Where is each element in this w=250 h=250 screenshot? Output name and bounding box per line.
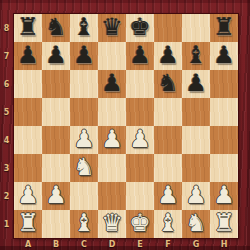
square-h4[interactable]	[210, 126, 238, 154]
square-f5[interactable]	[154, 98, 182, 126]
piece-white-bishop[interactable]: ♝	[157, 209, 179, 237]
piece-white-pawn[interactable]: ♟	[213, 181, 235, 209]
square-g3[interactable]	[182, 154, 210, 182]
piece-black-pawn[interactable]: ♟	[157, 41, 179, 69]
square-b4[interactable]	[42, 126, 70, 154]
square-c1[interactable]: ♝	[70, 210, 98, 238]
square-f4[interactable]	[154, 126, 182, 154]
square-d2[interactable]	[98, 182, 126, 210]
square-b3[interactable]	[42, 154, 70, 182]
square-d4[interactable]: ♟	[98, 126, 126, 154]
piece-black-bishop[interactable]: ♝	[185, 41, 207, 69]
square-e8[interactable]: ♚	[126, 14, 154, 42]
square-f3[interactable]	[154, 154, 182, 182]
rank-label-2: 2	[0, 182, 13, 210]
square-e1[interactable]: ♚	[126, 210, 154, 238]
square-c7[interactable]: ♟	[70, 42, 98, 70]
square-d1[interactable]: ♛	[98, 210, 126, 238]
piece-black-pawn[interactable]: ♟	[73, 41, 95, 69]
square-b6[interactable]	[42, 70, 70, 98]
square-a6[interactable]	[14, 70, 42, 98]
square-a1[interactable]: ♜	[14, 210, 42, 238]
square-h6[interactable]	[210, 70, 238, 98]
square-g5[interactable]	[182, 98, 210, 126]
square-g1[interactable]: ♞	[182, 210, 210, 238]
piece-white-pawn[interactable]: ♟	[157, 181, 179, 209]
piece-black-bishop[interactable]: ♝	[73, 13, 95, 41]
rank-label-4: 4	[0, 126, 13, 154]
piece-black-pawn[interactable]: ♟	[185, 69, 207, 97]
piece-black-pawn[interactable]: ♟	[101, 69, 123, 97]
square-g6[interactable]: ♟	[182, 70, 210, 98]
square-e6[interactable]	[126, 70, 154, 98]
file-label-d: D	[98, 239, 126, 249]
square-g4[interactable]	[182, 126, 210, 154]
square-c5[interactable]	[70, 98, 98, 126]
piece-white-rook[interactable]: ♜	[17, 209, 39, 237]
square-b8[interactable]: ♞	[42, 14, 70, 42]
piece-black-king[interactable]: ♚	[129, 13, 151, 41]
file-labels: ABCDEFGH	[14, 239, 238, 249]
file-label-f: F	[154, 239, 182, 249]
piece-black-knight[interactable]: ♞	[157, 69, 179, 97]
piece-white-pawn[interactable]: ♟	[17, 181, 39, 209]
square-c8[interactable]: ♝	[70, 14, 98, 42]
piece-black-queen[interactable]: ♛	[101, 13, 123, 41]
chess-board-frame: ♜♞♝♛♚♜♟♟♟♟♟♝♟♟♞♟♟♟♟♞♟♟♟♟♟♜♝♛♚♝♞♜ 8765432…	[0, 0, 250, 250]
square-h2[interactable]: ♟	[210, 182, 238, 210]
piece-black-pawn[interactable]: ♟	[45, 41, 67, 69]
square-d7[interactable]	[98, 42, 126, 70]
square-a3[interactable]	[14, 154, 42, 182]
square-c3[interactable]: ♞	[70, 154, 98, 182]
piece-white-pawn[interactable]: ♟	[129, 125, 151, 153]
square-f8[interactable]	[154, 14, 182, 42]
square-e3[interactable]	[126, 154, 154, 182]
square-f2[interactable]: ♟	[154, 182, 182, 210]
square-h8[interactable]: ♜	[210, 14, 238, 42]
piece-black-knight[interactable]: ♞	[45, 13, 67, 41]
square-d3[interactable]	[98, 154, 126, 182]
rank-label-7: 7	[0, 42, 13, 70]
piece-white-rook[interactable]: ♜	[213, 209, 235, 237]
rank-label-1: 1	[0, 210, 13, 238]
piece-white-pawn[interactable]: ♟	[101, 125, 123, 153]
square-c6[interactable]	[70, 70, 98, 98]
file-label-a: A	[14, 239, 42, 249]
rank-label-8: 8	[0, 14, 13, 42]
square-d8[interactable]: ♛	[98, 14, 126, 42]
square-g2[interactable]: ♟	[182, 182, 210, 210]
rank-label-5: 5	[0, 98, 13, 126]
piece-white-pawn[interactable]: ♟	[73, 125, 95, 153]
piece-white-queen[interactable]: ♛	[101, 209, 123, 237]
square-b2[interactable]: ♟	[42, 182, 70, 210]
file-label-g: G	[182, 239, 210, 249]
chess-board: ♜♞♝♛♚♜♟♟♟♟♟♝♟♟♞♟♟♟♟♞♟♟♟♟♟♜♝♛♚♝♞♜	[13, 13, 239, 239]
square-h3[interactable]	[210, 154, 238, 182]
piece-white-knight[interactable]: ♞	[185, 209, 207, 237]
square-f6[interactable]: ♞	[154, 70, 182, 98]
piece-black-rook[interactable]: ♜	[213, 13, 235, 41]
piece-white-pawn[interactable]: ♟	[45, 181, 67, 209]
square-d5[interactable]	[98, 98, 126, 126]
square-b7[interactable]: ♟	[42, 42, 70, 70]
square-c4[interactable]: ♟	[70, 126, 98, 154]
square-b1[interactable]	[42, 210, 70, 238]
piece-white-king[interactable]: ♚	[129, 209, 151, 237]
file-label-h: H	[210, 239, 238, 249]
square-f7[interactable]: ♟	[154, 42, 182, 70]
square-a2[interactable]: ♟	[14, 182, 42, 210]
rank-labels: 87654321	[0, 14, 13, 238]
square-e7[interactable]: ♟	[126, 42, 154, 70]
square-f1[interactable]: ♝	[154, 210, 182, 238]
piece-black-pawn[interactable]: ♟	[213, 41, 235, 69]
square-b5[interactable]	[42, 98, 70, 126]
file-label-c: C	[70, 239, 98, 249]
piece-white-bishop[interactable]: ♝	[73, 209, 95, 237]
rank-label-6: 6	[0, 70, 13, 98]
square-g7[interactable]: ♝	[182, 42, 210, 70]
file-label-e: E	[126, 239, 154, 249]
piece-black-pawn[interactable]: ♟	[129, 41, 151, 69]
piece-white-pawn[interactable]: ♟	[185, 181, 207, 209]
square-e5[interactable]	[126, 98, 154, 126]
square-d6[interactable]: ♟	[98, 70, 126, 98]
square-a7[interactable]: ♟	[14, 42, 42, 70]
square-g8[interactable]	[182, 14, 210, 42]
piece-white-knight[interactable]: ♞	[73, 153, 95, 181]
square-h7[interactable]: ♟	[210, 42, 238, 70]
square-a5[interactable]	[14, 98, 42, 126]
square-e2[interactable]	[126, 182, 154, 210]
square-h5[interactable]	[210, 98, 238, 126]
square-c2[interactable]	[70, 182, 98, 210]
square-a4[interactable]	[14, 126, 42, 154]
square-a8[interactable]: ♜	[14, 14, 42, 42]
file-label-b: B	[42, 239, 70, 249]
rank-label-3: 3	[0, 154, 13, 182]
piece-black-rook[interactable]: ♜	[17, 13, 39, 41]
square-h1[interactable]: ♜	[210, 210, 238, 238]
piece-black-pawn[interactable]: ♟	[17, 41, 39, 69]
square-e4[interactable]: ♟	[126, 126, 154, 154]
